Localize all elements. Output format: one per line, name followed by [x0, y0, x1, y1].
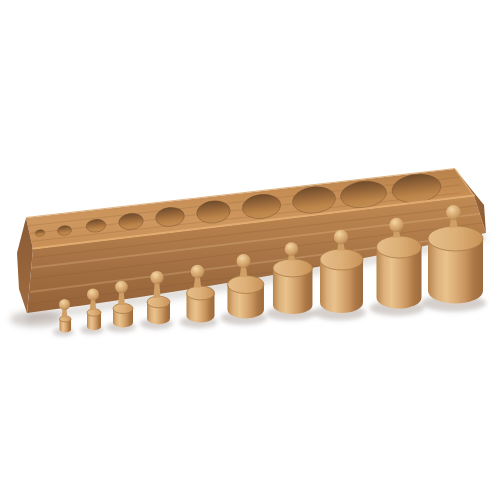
- cylinder-9-knob: [389, 218, 403, 232]
- cylinder-5-knob: [191, 265, 205, 279]
- cylinder-3-knob: [115, 281, 128, 294]
- cylinder-7-top: [273, 259, 313, 277]
- block-left-end-shadow: [10, 311, 62, 327]
- montessori-cylinder-block-photo: [0, 0, 500, 500]
- cylinder-7-knob: [285, 242, 299, 256]
- cylinder-6-knob: [237, 254, 251, 268]
- cylinder-6-top: [227, 276, 264, 294]
- cylinder-8-top: [320, 249, 363, 270]
- cylinder-9-top: [377, 236, 422, 258]
- cylinder-5-top: [187, 286, 215, 300]
- cylinder-10-knob: [446, 205, 461, 220]
- photo-stage: [0, 0, 500, 500]
- cylinder-4-knob: [150, 271, 163, 284]
- cylinder-1-knob: [59, 299, 70, 310]
- cylinder-10-top: [428, 226, 483, 251]
- cylinder-8-knob: [334, 230, 348, 244]
- cylinder-4-top: [147, 296, 170, 308]
- cylinder-2-knob: [87, 289, 99, 301]
- hole-1: [35, 229, 45, 236]
